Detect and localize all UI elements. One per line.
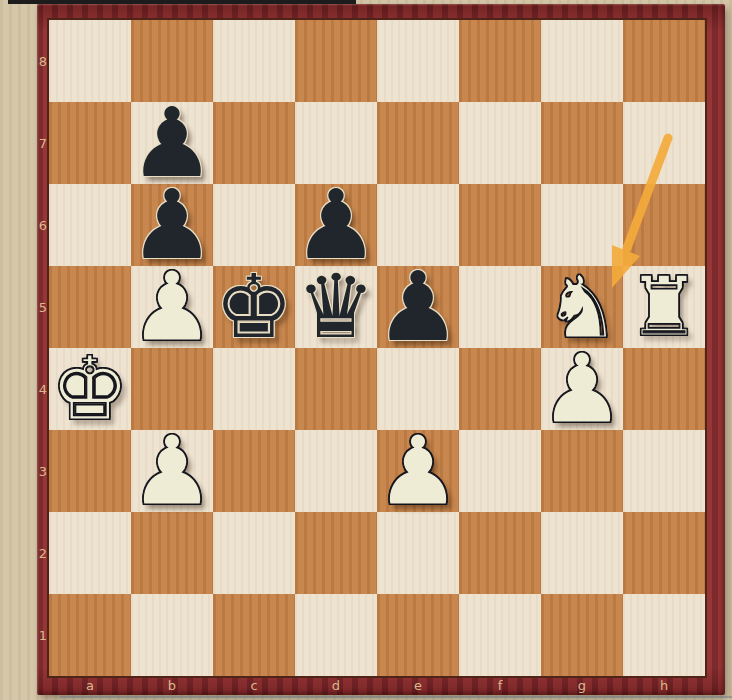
square-g6[interactable] xyxy=(541,184,623,266)
square-h8[interactable] xyxy=(623,20,705,102)
square-d5[interactable]: ♛ xyxy=(295,266,377,348)
white-pawn-g4[interactable]: ♟ xyxy=(541,348,623,430)
square-d3[interactable] xyxy=(295,430,377,512)
square-e1[interactable] xyxy=(377,594,459,676)
window-edge-bar xyxy=(8,0,356,4)
white-pawn-e3[interactable]: ♟ xyxy=(377,430,459,512)
square-c3[interactable] xyxy=(213,430,295,512)
square-c2[interactable] xyxy=(213,512,295,594)
square-e3[interactable]: ♟ xyxy=(377,430,459,512)
square-h3[interactable] xyxy=(623,430,705,512)
square-h2[interactable] xyxy=(623,512,705,594)
chess-board[interactable]: ♟♟♟♟♚♛♟♞♜♚♟♟♟ xyxy=(47,18,707,678)
file-label-e: e xyxy=(414,678,422,693)
file-label-g: g xyxy=(578,678,586,693)
rank-label-1: 1 xyxy=(36,628,50,643)
square-f2[interactable] xyxy=(459,512,541,594)
file-label-h: h xyxy=(660,678,668,693)
square-f8[interactable] xyxy=(459,20,541,102)
square-f4[interactable] xyxy=(459,348,541,430)
square-a2[interactable] xyxy=(49,512,131,594)
square-h4[interactable] xyxy=(623,348,705,430)
square-c8[interactable] xyxy=(213,20,295,102)
file-label-d: d xyxy=(332,678,340,693)
square-d1[interactable] xyxy=(295,594,377,676)
white-pawn-b3[interactable]: ♟ xyxy=(131,430,213,512)
square-e7[interactable] xyxy=(377,102,459,184)
square-f6[interactable] xyxy=(459,184,541,266)
black-pawn-d6[interactable]: ♟ xyxy=(295,184,377,266)
file-label-a: a xyxy=(86,678,94,693)
square-h6[interactable] xyxy=(623,184,705,266)
white-rook-h5[interactable]: ♜ xyxy=(623,266,705,348)
square-a6[interactable] xyxy=(49,184,131,266)
black-queen-d5[interactable]: ♛ xyxy=(295,266,377,348)
square-d6[interactable]: ♟ xyxy=(295,184,377,266)
square-d2[interactable] xyxy=(295,512,377,594)
square-f7[interactable] xyxy=(459,102,541,184)
board-drop-shadow xyxy=(60,696,732,698)
square-a5[interactable] xyxy=(49,266,131,348)
square-b5[interactable]: ♟ xyxy=(131,266,213,348)
square-h7[interactable] xyxy=(623,102,705,184)
square-a4[interactable]: ♚ xyxy=(49,348,131,430)
square-h1[interactable] xyxy=(623,594,705,676)
square-a1[interactable] xyxy=(49,594,131,676)
square-g7[interactable] xyxy=(541,102,623,184)
screenshot-root: { "game": "chess", "diagram_type": "posi… xyxy=(0,0,732,700)
square-f3[interactable] xyxy=(459,430,541,512)
square-b1[interactable] xyxy=(131,594,213,676)
square-a8[interactable] xyxy=(49,20,131,102)
rank-label-2: 2 xyxy=(36,546,50,561)
square-f1[interactable] xyxy=(459,594,541,676)
square-g1[interactable] xyxy=(541,594,623,676)
file-label-f: f xyxy=(498,678,503,693)
square-e8[interactable] xyxy=(377,20,459,102)
rank-label-7: 7 xyxy=(36,136,50,151)
square-c6[interactable] xyxy=(213,184,295,266)
square-h5[interactable]: ♜ xyxy=(623,266,705,348)
square-g8[interactable] xyxy=(541,20,623,102)
square-f5[interactable] xyxy=(459,266,541,348)
square-b3[interactable]: ♟ xyxy=(131,430,213,512)
black-king-c5[interactable]: ♚ xyxy=(213,266,295,348)
rank-label-3: 3 xyxy=(36,464,50,479)
square-g2[interactable] xyxy=(541,512,623,594)
square-g4[interactable]: ♟ xyxy=(541,348,623,430)
rank-label-4: 4 xyxy=(36,382,50,397)
white-pawn-b5[interactable]: ♟ xyxy=(131,266,213,348)
rank-label-6: 6 xyxy=(36,218,50,233)
rank-label-5: 5 xyxy=(36,300,50,315)
file-label-b: b xyxy=(168,678,176,693)
square-d8[interactable] xyxy=(295,20,377,102)
square-a7[interactable] xyxy=(49,102,131,184)
rank-label-8: 8 xyxy=(36,54,50,69)
square-c1[interactable] xyxy=(213,594,295,676)
white-king-a4[interactable]: ♚ xyxy=(49,348,131,430)
black-pawn-e5[interactable]: ♟ xyxy=(377,266,459,348)
square-c4[interactable] xyxy=(213,348,295,430)
square-a3[interactable] xyxy=(49,430,131,512)
square-c5[interactable]: ♚ xyxy=(213,266,295,348)
square-c7[interactable] xyxy=(213,102,295,184)
square-d4[interactable] xyxy=(295,348,377,430)
square-e5[interactable]: ♟ xyxy=(377,266,459,348)
file-label-c: c xyxy=(250,678,257,693)
